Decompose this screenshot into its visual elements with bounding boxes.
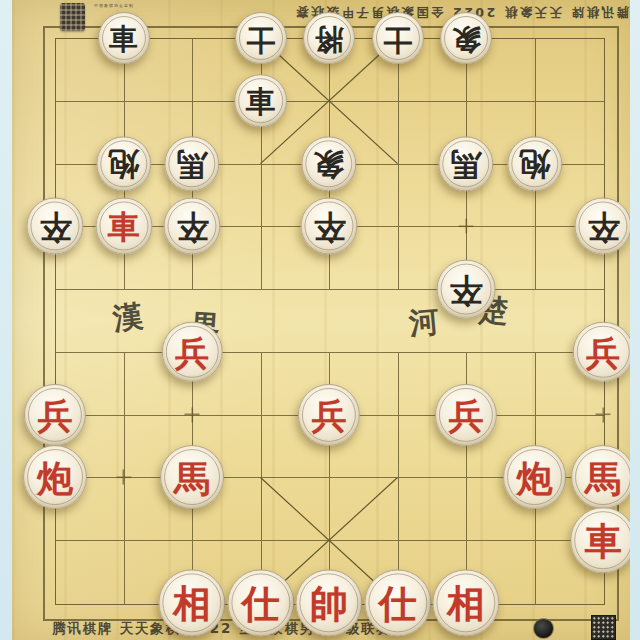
black-cannon-glyph: 炮 [519,149,550,180]
red-elephant-glyph: 相 [447,585,485,623]
xiangqi-board: 漢 界 河 楚 腾讯棋牌 天天象棋 2022 全国象棋男子甲级联赛 中国象棋协会… [12,0,630,640]
red-elephant[interactable]: 相 [158,569,225,636]
red-chariot[interactable]: 車 [570,507,630,573]
black-soldier-glyph: 卒 [313,211,345,243]
red-advisor[interactable]: 仕 [227,569,294,636]
red-cannon[interactable]: 炮 [23,446,87,510]
red-soldier-glyph: 兵 [449,398,484,433]
red-cannon-glyph: 炮 [516,460,552,496]
red-soldier[interactable]: 兵 [573,322,630,383]
red-chariot[interactable]: 車 [95,198,152,255]
red-cannon-glyph: 炮 [37,460,73,496]
black-chariot[interactable]: 車 [234,74,288,128]
black-advisor[interactable]: 士 [235,12,287,64]
red-elephant-glyph: 相 [173,585,211,623]
black-general[interactable]: 將 [303,12,355,64]
black-soldier[interactable]: 卒 [574,198,630,255]
red-soldier[interactable]: 兵 [24,384,86,446]
black-soldier[interactable]: 卒 [437,260,496,319]
red-general-glyph: 帥 [310,585,348,623]
black-chariot[interactable]: 車 [98,12,150,64]
black-general-glyph: 將 [315,25,344,54]
red-chariot-glyph: 車 [585,523,622,560]
black-cannon[interactable]: 炮 [96,136,151,191]
red-soldier[interactable]: 兵 [298,384,360,446]
red-advisor-glyph: 仕 [378,585,416,623]
black-advisor-glyph: 士 [246,25,275,54]
black-soldier-glyph: 卒 [176,211,208,243]
black-soldier[interactable]: 卒 [26,198,83,255]
black-soldier-glyph: 卒 [449,274,482,307]
red-cannon[interactable]: 炮 [503,446,567,510]
black-horse-glyph: 馬 [450,149,481,180]
red-soldier-glyph: 兵 [38,398,73,433]
black-soldier[interactable]: 卒 [300,198,357,255]
black-elephant[interactable]: 象 [301,136,356,191]
black-cannon-glyph: 炮 [108,149,139,180]
red-soldier[interactable]: 兵 [162,322,223,383]
red-elephant[interactable]: 相 [432,569,499,636]
red-soldier-glyph: 兵 [175,336,209,370]
black-advisor[interactable]: 士 [372,12,424,64]
black-soldier-glyph: 卒 [587,211,619,243]
black-elephant-glyph: 象 [313,149,344,180]
pieces-layer: 車士將士象車炮馬象馬炮卒卒卒卒卒車兵兵兵兵兵炮馬炮馬車相仕帥仕相 [12,0,630,640]
black-soldier[interactable]: 卒 [163,198,220,255]
black-chariot-glyph: 車 [109,25,138,54]
red-horse[interactable]: 馬 [571,446,630,510]
red-horse-glyph: 馬 [585,460,621,496]
black-horse[interactable]: 馬 [164,136,219,191]
red-soldier-glyph: 兵 [586,336,620,370]
black-elephant-glyph: 象 [452,25,481,54]
red-advisor-glyph: 仕 [241,585,279,623]
red-soldier[interactable]: 兵 [435,384,497,446]
black-cannon[interactable]: 炮 [507,136,562,191]
black-elephant[interactable]: 象 [440,12,492,64]
red-chariot-glyph: 車 [108,211,140,243]
black-advisor-glyph: 士 [383,25,412,54]
black-chariot-glyph: 車 [246,87,276,117]
black-soldier-glyph: 卒 [39,211,71,243]
red-horse[interactable]: 馬 [160,446,224,510]
red-general[interactable]: 帥 [295,569,362,636]
black-horse[interactable]: 馬 [438,136,493,191]
red-soldier-glyph: 兵 [312,398,347,433]
red-horse-glyph: 馬 [174,460,210,496]
black-horse-glyph: 馬 [176,149,207,180]
photo-frame: 漢 界 河 楚 腾讯棋牌 天天象棋 2022 全国象棋男子甲级联赛 中国象棋协会… [0,0,640,640]
red-advisor[interactable]: 仕 [364,569,431,636]
